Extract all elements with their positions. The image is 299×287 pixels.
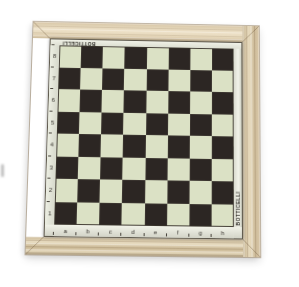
square-f7[interactable] — [168, 69, 190, 91]
ruler-tick — [50, 110, 53, 111]
ruler-tick — [53, 232, 54, 235]
square-f4[interactable] — [167, 135, 189, 158]
square-b5[interactable] — [79, 112, 102, 135]
square-c7[interactable] — [102, 68, 124, 90]
square-e6[interactable] — [146, 91, 168, 113]
square-f6[interactable] — [168, 91, 190, 113]
square-d2[interactable] — [122, 180, 145, 203]
square-g1[interactable] — [189, 204, 211, 227]
file-label-c: c — [99, 225, 122, 237]
square-e5[interactable] — [146, 113, 168, 136]
square-e7[interactable] — [146, 69, 168, 91]
square-e3[interactable] — [145, 157, 167, 180]
square-c1[interactable] — [99, 202, 122, 225]
square-f3[interactable] — [167, 158, 189, 181]
chess-board: BOTTICELLI BOTTICELLI 87654321abcdefgh — [26, 22, 261, 257]
square-g6[interactable] — [190, 91, 212, 113]
square-h8[interactable] — [212, 48, 234, 70]
square-d4[interactable] — [123, 135, 146, 158]
square-d6[interactable] — [124, 90, 146, 112]
square-h5[interactable] — [212, 114, 234, 137]
square-f8[interactable] — [168, 47, 190, 69]
frame-right-rail — [242, 26, 260, 257]
square-d5[interactable] — [123, 112, 145, 135]
square-c6[interactable] — [102, 90, 124, 112]
square-h1[interactable] — [212, 204, 234, 227]
square-c2[interactable] — [100, 179, 123, 202]
ruler-tick — [47, 200, 50, 201]
square-a6[interactable] — [58, 89, 81, 112]
square-a2[interactable] — [55, 179, 78, 202]
file-label-a: a — [54, 225, 77, 237]
ruler-tick — [48, 155, 51, 156]
square-f2[interactable] — [167, 180, 189, 203]
square-g8[interactable] — [190, 48, 212, 70]
photo-background: BOTTICELLI BOTTICELLI 87654321abcdefgh — [0, 0, 299, 287]
square-b2[interactable] — [77, 179, 100, 202]
board-surface: BOTTICELLI BOTTICELLI 87654321abcdefgh — [44, 38, 243, 239]
square-g5[interactable] — [190, 113, 212, 136]
square-g7[interactable] — [190, 70, 212, 92]
square-d3[interactable] — [123, 157, 146, 180]
square-c3[interactable] — [100, 157, 123, 180]
square-h2[interactable] — [212, 181, 234, 204]
ruler-tick — [121, 233, 122, 236]
square-b3[interactable] — [78, 156, 101, 179]
square-d7[interactable] — [124, 68, 146, 90]
square-a5[interactable] — [57, 111, 80, 134]
square-a1[interactable] — [54, 202, 77, 225]
square-f1[interactable] — [167, 203, 190, 226]
square-a4[interactable] — [56, 134, 79, 157]
square-e1[interactable] — [144, 203, 167, 226]
square-g4[interactable] — [190, 136, 212, 159]
board-margin-corner — [234, 227, 242, 238]
square-h6[interactable] — [212, 92, 234, 114]
square-a3[interactable] — [56, 156, 79, 179]
photo-artifact — [1, 164, 4, 177]
square-h4[interactable] — [212, 136, 234, 159]
board-margin-right: BOTTICELLI — [234, 49, 242, 228]
ruler-tick — [50, 88, 53, 89]
ruler-tick — [51, 66, 54, 67]
ruler-tick — [52, 44, 55, 45]
file-label-f: f — [167, 226, 190, 238]
square-b6[interactable] — [80, 90, 103, 113]
square-c8[interactable] — [103, 46, 125, 68]
ruler-tick — [75, 232, 76, 235]
square-e4[interactable] — [145, 135, 167, 158]
square-g3[interactable] — [189, 158, 211, 181]
square-h3[interactable] — [212, 158, 234, 181]
square-c5[interactable] — [101, 112, 124, 135]
square-e2[interactable] — [145, 180, 168, 203]
ruler-tick — [166, 233, 167, 236]
ruler-tick — [98, 232, 99, 235]
square-d8[interactable] — [125, 47, 147, 69]
square-c4[interactable] — [101, 134, 124, 157]
brand-logo-right: BOTTICELLI — [235, 191, 240, 225]
ruler-tick — [49, 132, 52, 133]
square-e8[interactable] — [146, 47, 168, 69]
ruler-tick — [143, 233, 144, 236]
square-g2[interactable] — [189, 181, 211, 204]
square-b4[interactable] — [78, 134, 101, 157]
square-a8[interactable] — [59, 45, 82, 67]
ruler-tick — [47, 178, 50, 179]
ruler-tick — [210, 234, 211, 237]
square-f5[interactable] — [168, 113, 190, 136]
frame-bottom-rail — [26, 237, 261, 258]
square-b1[interactable] — [77, 202, 100, 225]
square-a7[interactable] — [58, 67, 81, 89]
file-label-g: g — [189, 226, 211, 238]
square-d1[interactable] — [122, 203, 145, 226]
file-label-e: e — [144, 226, 167, 238]
file-label-b: b — [76, 225, 99, 237]
file-label-h: h — [211, 227, 233, 239]
square-b7[interactable] — [80, 68, 102, 90]
file-label-d: d — [122, 226, 145, 238]
square-h7[interactable] — [212, 70, 234, 92]
ruler-tick — [188, 234, 189, 237]
square-b8[interactable] — [81, 46, 103, 68]
